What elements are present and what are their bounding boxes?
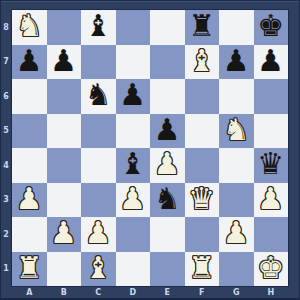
square-g5[interactable]: ♞ <box>219 114 254 149</box>
black-queen[interactable]: ♛ <box>257 149 284 179</box>
file-label-d: D <box>116 286 151 300</box>
black-pawn[interactable]: ♟ <box>16 46 43 76</box>
square-d1[interactable] <box>116 252 151 287</box>
square-f3[interactable]: ♛ <box>185 183 220 218</box>
square-h1[interactable]: ♚ <box>254 252 289 287</box>
square-g1[interactable] <box>219 252 254 287</box>
file-labels: ABCDEFGH <box>12 286 288 300</box>
rank-label-1: 1 <box>0 252 12 287</box>
square-c3[interactable] <box>81 183 116 218</box>
square-g7[interactable]: ♟ <box>219 45 254 80</box>
square-e8[interactable] <box>150 10 185 45</box>
square-c1[interactable]: ♝ <box>81 252 116 287</box>
black-pawn[interactable]: ♟ <box>50 46 77 76</box>
square-c6[interactable]: ♞ <box>81 79 116 114</box>
square-f7[interactable]: ♝ <box>185 45 220 80</box>
white-pawn[interactable]: ♟ <box>16 184 43 214</box>
white-pawn[interactable]: ♟ <box>50 218 77 248</box>
white-pawn[interactable]: ♟ <box>257 184 284 214</box>
file-label-f: F <box>185 286 220 300</box>
square-d6[interactable]: ♟ <box>116 79 151 114</box>
square-f2[interactable] <box>185 217 220 252</box>
black-bishop[interactable]: ♝ <box>85 11 112 41</box>
rank-label-4: 4 <box>0 148 12 183</box>
square-d3[interactable]: ♟ <box>116 183 151 218</box>
file-label-c: C <box>81 286 116 300</box>
white-knight[interactable]: ♞ <box>223 115 250 145</box>
square-d7[interactable] <box>116 45 151 80</box>
white-pawn[interactable]: ♟ <box>223 218 250 248</box>
square-h7[interactable]: ♟ <box>254 45 289 80</box>
square-c8[interactable]: ♝ <box>81 10 116 45</box>
white-queen[interactable]: ♛ <box>188 184 215 214</box>
square-h3[interactable]: ♟ <box>254 183 289 218</box>
square-e2[interactable] <box>150 217 185 252</box>
square-e7[interactable] <box>150 45 185 80</box>
square-a8[interactable]: ♞ <box>12 10 47 45</box>
rank-label-8: 8 <box>0 10 12 45</box>
square-a1[interactable]: ♜ <box>12 252 47 287</box>
white-king[interactable]: ♚ <box>257 253 284 283</box>
square-a4[interactable] <box>12 148 47 183</box>
white-pawn[interactable]: ♟ <box>154 149 181 179</box>
square-d5[interactable] <box>116 114 151 149</box>
square-d2[interactable] <box>116 217 151 252</box>
black-bishop[interactable]: ♝ <box>119 149 146 179</box>
square-c7[interactable] <box>81 45 116 80</box>
square-a2[interactable] <box>12 217 47 252</box>
square-b6[interactable] <box>47 79 82 114</box>
square-a3[interactable]: ♟ <box>12 183 47 218</box>
rank-label-2: 2 <box>0 217 12 252</box>
black-knight[interactable]: ♞ <box>85 80 112 110</box>
white-rook[interactable]: ♜ <box>16 253 43 283</box>
square-c5[interactable] <box>81 114 116 149</box>
file-label-g: G <box>219 286 254 300</box>
black-pawn[interactable]: ♟ <box>154 115 181 145</box>
square-g6[interactable] <box>219 79 254 114</box>
black-pawn[interactable]: ♟ <box>223 46 250 76</box>
rank-label-7: 7 <box>0 45 12 80</box>
white-bishop[interactable]: ♝ <box>188 46 215 76</box>
black-pawn[interactable]: ♟ <box>119 80 146 110</box>
square-h6[interactable] <box>254 79 289 114</box>
white-pawn[interactable]: ♟ <box>85 218 112 248</box>
square-f5[interactable] <box>185 114 220 149</box>
square-b1[interactable] <box>47 252 82 287</box>
black-pawn[interactable]: ♟ <box>257 46 284 76</box>
square-a6[interactable] <box>12 79 47 114</box>
square-f6[interactable] <box>185 79 220 114</box>
square-a7[interactable]: ♟ <box>12 45 47 80</box>
white-knight[interactable]: ♞ <box>16 11 43 41</box>
rank-label-3: 3 <box>0 183 12 218</box>
square-e3[interactable]: ♞ <box>150 183 185 218</box>
square-b5[interactable] <box>47 114 82 149</box>
square-c2[interactable]: ♟ <box>81 217 116 252</box>
square-g4[interactable] <box>219 148 254 183</box>
black-knight[interactable]: ♞ <box>154 184 181 214</box>
file-label-a: A <box>12 286 47 300</box>
chess-board[interactable]: ♞♝♜♚♟♟♝♟♟♞♟♟♞♝♟♛♟♟♞♛♟♟♟♟♜♝♜♚ <box>12 10 288 286</box>
square-c4[interactable] <box>81 148 116 183</box>
square-d8[interactable] <box>116 10 151 45</box>
square-e5[interactable]: ♟ <box>150 114 185 149</box>
square-h8[interactable]: ♚ <box>254 10 289 45</box>
white-bishop[interactable]: ♝ <box>85 253 112 283</box>
square-h4[interactable]: ♛ <box>254 148 289 183</box>
square-b2[interactable]: ♟ <box>47 217 82 252</box>
black-king[interactable]: ♚ <box>257 11 284 41</box>
file-label-e: E <box>150 286 185 300</box>
square-f1[interactable]: ♜ <box>185 252 220 287</box>
rank-label-5: 5 <box>0 114 12 149</box>
square-b4[interactable] <box>47 148 82 183</box>
square-g2[interactable]: ♟ <box>219 217 254 252</box>
black-rook[interactable]: ♜ <box>188 11 215 41</box>
square-h5[interactable] <box>254 114 289 149</box>
square-b7[interactable]: ♟ <box>47 45 82 80</box>
square-a5[interactable] <box>12 114 47 149</box>
square-d4[interactable]: ♝ <box>116 148 151 183</box>
square-g3[interactable] <box>219 183 254 218</box>
square-f4[interactable] <box>185 148 220 183</box>
white-rook[interactable]: ♜ <box>188 253 215 283</box>
square-h2[interactable] <box>254 217 289 252</box>
rank-label-6: 6 <box>0 79 12 114</box>
square-e4[interactable]: ♟ <box>150 148 185 183</box>
file-label-b: B <box>47 286 82 300</box>
white-pawn[interactable]: ♟ <box>119 184 146 214</box>
rank-labels: 87654321 <box>0 10 12 286</box>
file-label-h: H <box>254 286 289 300</box>
square-e6[interactable] <box>150 79 185 114</box>
square-b8[interactable] <box>47 10 82 45</box>
square-b3[interactable] <box>47 183 82 218</box>
chess-board-frame: 87654321 ♞♝♜♚♟♟♝♟♟♞♟♟♞♝♟♛♟♟♞♛♟♟♟♟♜♝♜♚ AB… <box>0 0 300 300</box>
square-g8[interactable] <box>219 10 254 45</box>
square-f8[interactable]: ♜ <box>185 10 220 45</box>
square-e1[interactable] <box>150 252 185 287</box>
